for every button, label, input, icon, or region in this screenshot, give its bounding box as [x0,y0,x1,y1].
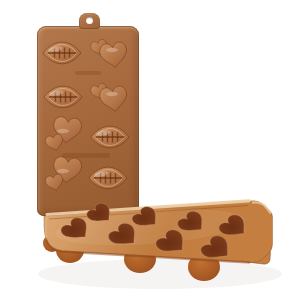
lying-chocolate-mold [0,0,300,302]
ground-shadow [38,259,282,289]
product-photo-scene [0,0,300,302]
